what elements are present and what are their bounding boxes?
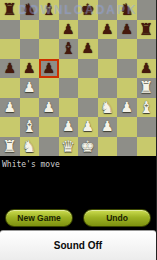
square-b1[interactable]: ♞: [20, 137, 40, 157]
white-knight-f3: ♞: [100, 98, 114, 117]
square-d3[interactable]: [59, 98, 79, 118]
square-d6[interactable]: ♝: [59, 39, 79, 59]
square-h8[interactable]: [137, 0, 157, 20]
black-pawn-d7: ♟: [62, 20, 75, 39]
black-pawn-g7: ♟: [120, 20, 133, 39]
square-c6[interactable]: [39, 39, 59, 59]
black-bishop-d6: ♝: [61, 39, 75, 58]
chess-app-screen: DOWNLOADAPK ♜♞♝♚♞♟♟♟♜♝♟♟♟♟♟♟♜♟♟♞♟♝♝♟♟♟♜♞…: [0, 0, 156, 260]
options-menu: Sound Off: [0, 230, 156, 260]
square-b8[interactable]: ♞: [20, 0, 40, 20]
white-pawn-f2: ♟: [101, 117, 114, 136]
square-e6[interactable]: ♟: [78, 39, 98, 59]
square-c1[interactable]: [39, 137, 59, 157]
square-c8[interactable]: ♝: [39, 0, 59, 20]
square-a8[interactable]: ♜: [0, 0, 20, 20]
black-pawn-c5: ♟: [42, 59, 55, 78]
square-a7[interactable]: [0, 20, 20, 40]
button-row: New Game Undo: [0, 209, 156, 228]
square-e5[interactable]: [78, 59, 98, 79]
square-d5[interactable]: [59, 59, 79, 79]
white-pawn-e2: ♟: [81, 117, 94, 136]
white-rook-h4: ♜: [139, 78, 153, 97]
square-d8[interactable]: [59, 0, 79, 20]
square-a2[interactable]: [0, 117, 20, 137]
square-f6[interactable]: [98, 39, 118, 59]
square-h5[interactable]: ♟: [137, 59, 157, 79]
square-f7[interactable]: ♟: [98, 20, 118, 40]
white-pawn-d2: ♟: [62, 117, 75, 136]
chess-board: ♜♞♝♚♞♟♟♟♜♝♟♟♟♟♟♟♜♟♟♞♟♝♝♟♟♟♜♞♛♚: [0, 0, 156, 156]
white-pawn-b4: ♟: [23, 78, 36, 97]
white-knight-b1: ♞: [22, 137, 36, 156]
square-g6[interactable]: [117, 39, 137, 59]
black-pawn-a5: ♟: [3, 59, 16, 78]
black-knight-g8: ♞: [120, 0, 134, 19]
square-b7[interactable]: [20, 20, 40, 40]
square-g4[interactable]: [117, 78, 137, 98]
square-f3[interactable]: ♞: [98, 98, 118, 118]
status-text: White's move: [2, 160, 60, 170]
square-g3[interactable]: ♟: [117, 98, 137, 118]
square-g7[interactable]: ♟: [117, 20, 137, 40]
square-b4[interactable]: ♟: [20, 78, 40, 98]
square-g8[interactable]: ♞: [117, 0, 137, 20]
white-bishop-b2: ♝: [22, 117, 36, 136]
white-rook-a1: ♜: [3, 137, 17, 156]
square-a6[interactable]: [0, 39, 20, 59]
square-h3[interactable]: ♝: [137, 98, 157, 118]
white-pawn-g3: ♟: [120, 98, 133, 117]
square-f5[interactable]: [98, 59, 118, 79]
square-d1[interactable]: ♛: [59, 137, 79, 157]
square-h6[interactable]: [137, 39, 157, 59]
square-e3[interactable]: [78, 98, 98, 118]
square-e4[interactable]: [78, 78, 98, 98]
square-f1[interactable]: [98, 137, 118, 157]
square-a5[interactable]: ♟: [0, 59, 20, 79]
white-king-e1: ♚: [81, 137, 95, 156]
square-a1[interactable]: ♜: [0, 137, 20, 157]
white-bishop-h3: ♝: [139, 98, 153, 117]
square-h7[interactable]: ♜: [137, 20, 157, 40]
black-pawn-e6: ♟: [81, 39, 94, 58]
square-e8[interactable]: ♚: [78, 0, 98, 20]
square-f4[interactable]: [98, 78, 118, 98]
square-e1[interactable]: ♚: [78, 137, 98, 157]
square-a3[interactable]: ♟: [0, 98, 20, 118]
square-d7[interactable]: ♟: [59, 20, 79, 40]
square-e7[interactable]: [78, 20, 98, 40]
black-pawn-h5: ♟: [140, 59, 153, 78]
square-h1[interactable]: [137, 137, 157, 157]
white-pawn-a3: ♟: [3, 98, 16, 117]
square-g2[interactable]: [117, 117, 137, 137]
square-d2[interactable]: ♟: [59, 117, 79, 137]
square-c3[interactable]: ♟: [39, 98, 59, 118]
square-g1[interactable]: [117, 137, 137, 157]
square-c5[interactable]: ♟: [39, 59, 59, 79]
square-b5[interactable]: ♟: [20, 59, 40, 79]
black-pawn-f7: ♟: [101, 20, 114, 39]
square-a4[interactable]: [0, 78, 20, 98]
square-d4[interactable]: [59, 78, 79, 98]
white-queen-d1: ♛: [61, 137, 75, 156]
black-king-e8: ♚: [81, 0, 95, 19]
undo-button[interactable]: Undo: [83, 209, 151, 227]
black-pawn-b5: ♟: [23, 59, 36, 78]
black-knight-b8: ♞: [22, 0, 36, 19]
square-c2[interactable]: [39, 117, 59, 137]
square-c7[interactable]: [39, 20, 59, 40]
black-bishop-c8: ♝: [42, 0, 56, 19]
square-f2[interactable]: ♟: [98, 117, 118, 137]
square-h2[interactable]: [137, 117, 157, 137]
sound-off-menu-item[interactable]: Sound Off: [54, 240, 102, 251]
square-h4[interactable]: ♜: [137, 78, 157, 98]
square-g5[interactable]: [117, 59, 137, 79]
square-b2[interactable]: ♝: [20, 117, 40, 137]
square-e2[interactable]: ♟: [78, 117, 98, 137]
square-b3[interactable]: [20, 98, 40, 118]
new-game-button[interactable]: New Game: [5, 209, 73, 227]
black-rook-a8: ♜: [3, 0, 17, 19]
black-rook-h7: ♜: [139, 20, 153, 39]
white-pawn-c3: ♟: [42, 98, 55, 117]
square-f8[interactable]: [98, 0, 118, 20]
square-c4[interactable]: [39, 78, 59, 98]
square-b6[interactable]: [20, 39, 40, 59]
